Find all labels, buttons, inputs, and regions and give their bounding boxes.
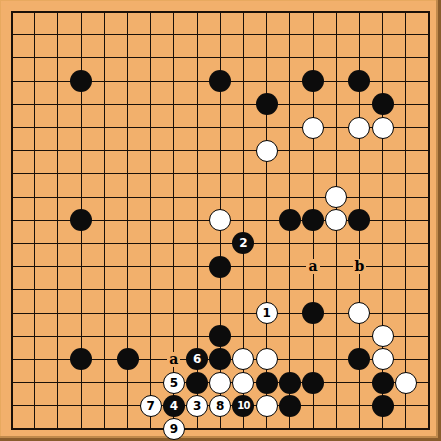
intersection[interactable] <box>23 417 46 440</box>
intersection[interactable] <box>209 371 232 394</box>
intersection[interactable] <box>46 325 69 348</box>
intersection[interactable] <box>348 139 371 162</box>
intersection[interactable] <box>70 232 93 255</box>
intersection[interactable] <box>371 139 394 162</box>
intersection[interactable] <box>371 278 394 301</box>
intersection[interactable] <box>417 301 440 324</box>
intersection[interactable] <box>417 209 440 232</box>
intersection[interactable] <box>325 162 348 185</box>
intersection[interactable] <box>278 255 301 278</box>
intersection[interactable] <box>278 116 301 139</box>
intersection[interactable] <box>371 162 394 185</box>
intersection[interactable] <box>23 186 46 209</box>
intersection[interactable] <box>46 417 69 440</box>
intersection[interactable] <box>162 93 185 116</box>
intersection[interactable] <box>93 162 116 185</box>
intersection[interactable] <box>371 348 394 371</box>
intersection[interactable] <box>209 255 232 278</box>
intersection[interactable] <box>278 417 301 440</box>
intersection[interactable] <box>417 23 440 46</box>
intersection[interactable] <box>232 93 255 116</box>
intersection[interactable] <box>417 348 440 371</box>
intersection[interactable] <box>116 278 139 301</box>
intersection[interactable] <box>371 23 394 46</box>
intersection[interactable] <box>301 232 324 255</box>
intersection[interactable] <box>186 116 209 139</box>
intersection[interactable] <box>371 70 394 93</box>
intersection[interactable] <box>70 162 93 185</box>
intersection[interactable] <box>46 70 69 93</box>
intersection[interactable] <box>139 417 162 440</box>
intersection[interactable] <box>162 139 185 162</box>
intersection[interactable] <box>255 325 278 348</box>
intersection[interactable] <box>23 93 46 116</box>
intersection[interactable] <box>186 417 209 440</box>
intersection[interactable] <box>209 278 232 301</box>
intersection[interactable] <box>232 371 255 394</box>
intersection[interactable] <box>116 325 139 348</box>
intersection[interactable] <box>394 325 417 348</box>
intersection[interactable] <box>278 186 301 209</box>
intersection[interactable] <box>139 139 162 162</box>
intersection[interactable] <box>255 139 278 162</box>
intersection[interactable] <box>371 255 394 278</box>
intersection[interactable] <box>348 278 371 301</box>
intersection[interactable] <box>23 255 46 278</box>
intersection[interactable] <box>394 139 417 162</box>
intersection[interactable] <box>116 417 139 440</box>
intersection[interactable] <box>301 371 324 394</box>
intersection[interactable] <box>46 139 69 162</box>
intersection[interactable] <box>301 23 324 46</box>
intersection[interactable] <box>348 23 371 46</box>
intersection[interactable] <box>116 0 139 23</box>
intersection[interactable] <box>209 186 232 209</box>
intersection[interactable] <box>0 46 23 69</box>
intersection[interactable] <box>93 23 116 46</box>
intersection[interactable] <box>394 394 417 417</box>
intersection[interactable] <box>232 0 255 23</box>
intersection[interactable] <box>417 186 440 209</box>
intersection[interactable] <box>0 186 23 209</box>
intersection[interactable] <box>325 278 348 301</box>
intersection[interactable] <box>371 232 394 255</box>
intersection[interactable] <box>70 139 93 162</box>
intersection[interactable] <box>278 23 301 46</box>
intersection[interactable] <box>46 278 69 301</box>
intersection[interactable] <box>0 394 23 417</box>
intersection[interactable] <box>116 70 139 93</box>
intersection[interactable] <box>394 162 417 185</box>
intersection[interactable] <box>209 116 232 139</box>
intersection[interactable] <box>93 139 116 162</box>
intersection[interactable] <box>46 371 69 394</box>
intersection[interactable] <box>186 139 209 162</box>
intersection[interactable] <box>70 0 93 23</box>
intersection[interactable] <box>116 232 139 255</box>
intersection[interactable] <box>394 186 417 209</box>
intersection[interactable] <box>0 116 23 139</box>
intersection[interactable] <box>255 93 278 116</box>
intersection[interactable] <box>139 46 162 69</box>
intersection[interactable] <box>116 93 139 116</box>
intersection[interactable] <box>93 371 116 394</box>
intersection[interactable] <box>116 255 139 278</box>
intersection[interactable] <box>70 394 93 417</box>
intersection[interactable] <box>278 93 301 116</box>
intersection[interactable] <box>278 278 301 301</box>
intersection[interactable] <box>278 139 301 162</box>
intersection[interactable] <box>394 93 417 116</box>
intersection[interactable] <box>301 116 324 139</box>
intersection[interactable] <box>139 301 162 324</box>
intersection[interactable] <box>348 209 371 232</box>
intersection[interactable] <box>325 348 348 371</box>
intersection[interactable] <box>23 278 46 301</box>
intersection[interactable] <box>116 46 139 69</box>
intersection[interactable] <box>116 23 139 46</box>
intersection[interactable] <box>417 371 440 394</box>
intersection[interactable] <box>255 186 278 209</box>
intersection[interactable] <box>162 162 185 185</box>
intersection[interactable] <box>116 348 139 371</box>
intersection[interactable] <box>93 278 116 301</box>
intersection[interactable] <box>139 70 162 93</box>
intersection[interactable] <box>46 116 69 139</box>
intersection[interactable]: 5 <box>162 371 185 394</box>
intersection[interactable] <box>301 139 324 162</box>
intersection[interactable] <box>186 278 209 301</box>
intersection[interactable] <box>23 348 46 371</box>
intersection[interactable] <box>70 186 93 209</box>
intersection[interactable] <box>325 186 348 209</box>
intersection[interactable] <box>348 394 371 417</box>
intersection[interactable] <box>0 0 23 23</box>
intersection[interactable] <box>116 394 139 417</box>
intersection[interactable] <box>116 186 139 209</box>
intersection[interactable] <box>278 70 301 93</box>
intersection[interactable] <box>278 394 301 417</box>
intersection[interactable] <box>417 162 440 185</box>
intersection[interactable] <box>139 0 162 23</box>
intersection[interactable] <box>0 139 23 162</box>
intersection[interactable] <box>93 209 116 232</box>
intersection[interactable] <box>325 93 348 116</box>
intersection[interactable] <box>93 116 116 139</box>
intersection[interactable] <box>139 278 162 301</box>
intersection[interactable] <box>70 116 93 139</box>
intersection[interactable] <box>278 348 301 371</box>
intersection[interactable] <box>394 0 417 23</box>
intersection[interactable] <box>278 46 301 69</box>
intersection[interactable] <box>162 46 185 69</box>
intersection[interactable] <box>348 348 371 371</box>
intersection[interactable] <box>348 417 371 440</box>
intersection[interactable] <box>417 394 440 417</box>
intersection[interactable] <box>232 348 255 371</box>
intersection[interactable] <box>0 255 23 278</box>
intersection[interactable] <box>301 394 324 417</box>
intersection[interactable] <box>93 325 116 348</box>
intersection[interactable] <box>278 162 301 185</box>
intersection[interactable] <box>23 301 46 324</box>
intersection[interactable] <box>255 46 278 69</box>
intersection[interactable] <box>278 325 301 348</box>
intersection[interactable] <box>232 46 255 69</box>
intersection[interactable] <box>301 417 324 440</box>
intersection[interactable] <box>301 93 324 116</box>
intersection[interactable] <box>0 417 23 440</box>
intersection[interactable] <box>348 93 371 116</box>
intersection[interactable] <box>0 278 23 301</box>
intersection[interactable] <box>0 162 23 185</box>
intersection[interactable] <box>301 278 324 301</box>
intersection[interactable] <box>70 93 93 116</box>
intersection[interactable] <box>23 209 46 232</box>
intersection[interactable] <box>0 348 23 371</box>
intersection[interactable] <box>255 162 278 185</box>
intersection[interactable]: b <box>348 255 371 278</box>
intersection[interactable] <box>139 23 162 46</box>
intersection[interactable] <box>325 209 348 232</box>
intersection[interactable] <box>232 23 255 46</box>
intersection[interactable] <box>93 232 116 255</box>
intersection[interactable] <box>371 394 394 417</box>
intersection[interactable] <box>46 162 69 185</box>
intersection[interactable] <box>255 116 278 139</box>
intersection[interactable] <box>139 162 162 185</box>
intersection[interactable] <box>46 186 69 209</box>
intersection[interactable] <box>371 301 394 324</box>
intersection[interactable] <box>186 255 209 278</box>
intersection[interactable] <box>139 371 162 394</box>
intersection[interactable] <box>325 255 348 278</box>
intersection[interactable] <box>255 0 278 23</box>
intersection[interactable] <box>394 116 417 139</box>
intersection[interactable] <box>0 209 23 232</box>
intersection[interactable]: a <box>301 255 324 278</box>
intersection[interactable] <box>394 348 417 371</box>
intersection[interactable] <box>348 301 371 324</box>
intersection[interactable] <box>0 232 23 255</box>
intersection[interactable] <box>209 417 232 440</box>
intersection[interactable] <box>371 417 394 440</box>
intersection[interactable] <box>186 209 209 232</box>
intersection[interactable] <box>301 162 324 185</box>
intersection[interactable] <box>46 46 69 69</box>
intersection[interactable] <box>186 93 209 116</box>
intersection[interactable] <box>209 139 232 162</box>
intersection[interactable]: 7 <box>139 394 162 417</box>
intersection[interactable] <box>162 0 185 23</box>
intersection[interactable] <box>0 70 23 93</box>
intersection[interactable] <box>70 209 93 232</box>
intersection[interactable] <box>348 0 371 23</box>
intersection[interactable] <box>0 301 23 324</box>
intersection[interactable] <box>46 301 69 324</box>
intersection[interactable] <box>255 278 278 301</box>
intersection[interactable]: 8 <box>209 394 232 417</box>
intersection[interactable] <box>23 371 46 394</box>
intersection[interactable] <box>394 301 417 324</box>
intersection[interactable] <box>301 348 324 371</box>
intersection[interactable] <box>186 371 209 394</box>
intersection[interactable] <box>255 70 278 93</box>
intersection[interactable] <box>70 23 93 46</box>
intersection[interactable] <box>162 186 185 209</box>
intersection[interactable] <box>93 394 116 417</box>
intersection[interactable] <box>232 162 255 185</box>
intersection[interactable] <box>255 417 278 440</box>
intersection[interactable]: 9 <box>162 417 185 440</box>
intersection[interactable] <box>23 394 46 417</box>
intersection[interactable] <box>70 70 93 93</box>
intersection[interactable] <box>325 23 348 46</box>
intersection[interactable] <box>232 116 255 139</box>
intersection[interactable] <box>278 232 301 255</box>
intersection[interactable] <box>325 371 348 394</box>
intersection[interactable] <box>348 325 371 348</box>
intersection[interactable] <box>325 139 348 162</box>
intersection[interactable] <box>232 186 255 209</box>
intersection[interactable] <box>209 93 232 116</box>
intersection[interactable] <box>278 209 301 232</box>
intersection[interactable] <box>70 255 93 278</box>
intersection[interactable] <box>93 0 116 23</box>
intersection[interactable] <box>0 23 23 46</box>
intersection[interactable] <box>162 255 185 278</box>
intersection[interactable] <box>278 301 301 324</box>
intersection[interactable] <box>232 139 255 162</box>
intersection[interactable] <box>23 232 46 255</box>
intersection[interactable]: 2 <box>232 232 255 255</box>
intersection[interactable] <box>46 348 69 371</box>
intersection[interactable] <box>371 116 394 139</box>
intersection[interactable] <box>116 371 139 394</box>
intersection[interactable] <box>209 70 232 93</box>
intersection[interactable] <box>93 417 116 440</box>
intersection[interactable] <box>93 70 116 93</box>
intersection[interactable] <box>46 0 69 23</box>
intersection[interactable] <box>417 0 440 23</box>
intersection[interactable] <box>70 278 93 301</box>
intersection[interactable] <box>348 70 371 93</box>
intersection[interactable] <box>46 255 69 278</box>
intersection[interactable] <box>0 325 23 348</box>
intersection[interactable] <box>394 278 417 301</box>
intersection[interactable] <box>417 70 440 93</box>
intersection[interactable] <box>116 162 139 185</box>
intersection[interactable] <box>255 209 278 232</box>
intersection[interactable] <box>70 325 93 348</box>
intersection[interactable] <box>70 46 93 69</box>
intersection[interactable] <box>162 70 185 93</box>
intersection[interactable] <box>209 209 232 232</box>
intersection[interactable] <box>325 325 348 348</box>
intersection[interactable] <box>93 301 116 324</box>
intersection[interactable] <box>325 116 348 139</box>
intersection[interactable] <box>325 417 348 440</box>
intersection[interactable] <box>162 116 185 139</box>
intersection[interactable] <box>186 23 209 46</box>
intersection[interactable] <box>70 301 93 324</box>
intersection[interactable] <box>23 70 46 93</box>
intersection[interactable] <box>209 46 232 69</box>
intersection[interactable] <box>186 0 209 23</box>
intersection[interactable] <box>255 23 278 46</box>
intersection[interactable] <box>394 417 417 440</box>
intersection[interactable] <box>348 46 371 69</box>
intersection[interactable] <box>232 325 255 348</box>
intersection[interactable] <box>255 348 278 371</box>
intersection[interactable] <box>325 0 348 23</box>
intersection[interactable]: 4 <box>162 394 185 417</box>
intersection[interactable] <box>209 301 232 324</box>
intersection[interactable] <box>417 139 440 162</box>
intersection[interactable] <box>23 139 46 162</box>
intersection[interactable] <box>209 348 232 371</box>
intersection[interactable] <box>116 116 139 139</box>
intersection[interactable] <box>186 162 209 185</box>
intersection[interactable] <box>394 255 417 278</box>
intersection[interactable] <box>348 116 371 139</box>
intersection[interactable] <box>209 232 232 255</box>
intersection[interactable] <box>93 93 116 116</box>
intersection[interactable] <box>116 209 139 232</box>
intersection[interactable] <box>278 371 301 394</box>
intersection[interactable] <box>417 255 440 278</box>
intersection[interactable] <box>209 23 232 46</box>
intersection[interactable] <box>116 301 139 324</box>
intersection[interactable] <box>417 417 440 440</box>
intersection[interactable] <box>232 417 255 440</box>
intersection[interactable] <box>232 301 255 324</box>
intersection[interactable] <box>70 371 93 394</box>
intersection[interactable]: 10 <box>232 394 255 417</box>
intersection[interactable] <box>23 23 46 46</box>
intersection[interactable] <box>301 46 324 69</box>
intersection[interactable] <box>23 325 46 348</box>
intersection[interactable] <box>70 348 93 371</box>
intersection[interactable] <box>348 162 371 185</box>
intersection[interactable] <box>186 186 209 209</box>
intersection[interactable] <box>371 325 394 348</box>
intersection[interactable] <box>371 371 394 394</box>
intersection[interactable] <box>232 209 255 232</box>
intersection[interactable] <box>417 116 440 139</box>
intersection[interactable] <box>139 209 162 232</box>
intersection[interactable] <box>139 116 162 139</box>
intersection[interactable] <box>186 70 209 93</box>
intersection[interactable] <box>139 255 162 278</box>
intersection[interactable] <box>325 301 348 324</box>
intersection[interactable] <box>46 394 69 417</box>
intersection[interactable]: 1 <box>255 301 278 324</box>
intersection[interactable] <box>186 301 209 324</box>
intersection[interactable]: 3 <box>186 394 209 417</box>
intersection[interactable] <box>139 93 162 116</box>
intersection[interactable] <box>186 232 209 255</box>
intersection[interactable] <box>209 325 232 348</box>
intersection[interactable] <box>0 93 23 116</box>
intersection[interactable] <box>209 162 232 185</box>
intersection[interactable] <box>46 209 69 232</box>
intersection[interactable] <box>417 46 440 69</box>
intersection[interactable] <box>93 46 116 69</box>
intersection[interactable] <box>417 278 440 301</box>
intersection[interactable] <box>371 0 394 23</box>
intersection[interactable] <box>301 186 324 209</box>
